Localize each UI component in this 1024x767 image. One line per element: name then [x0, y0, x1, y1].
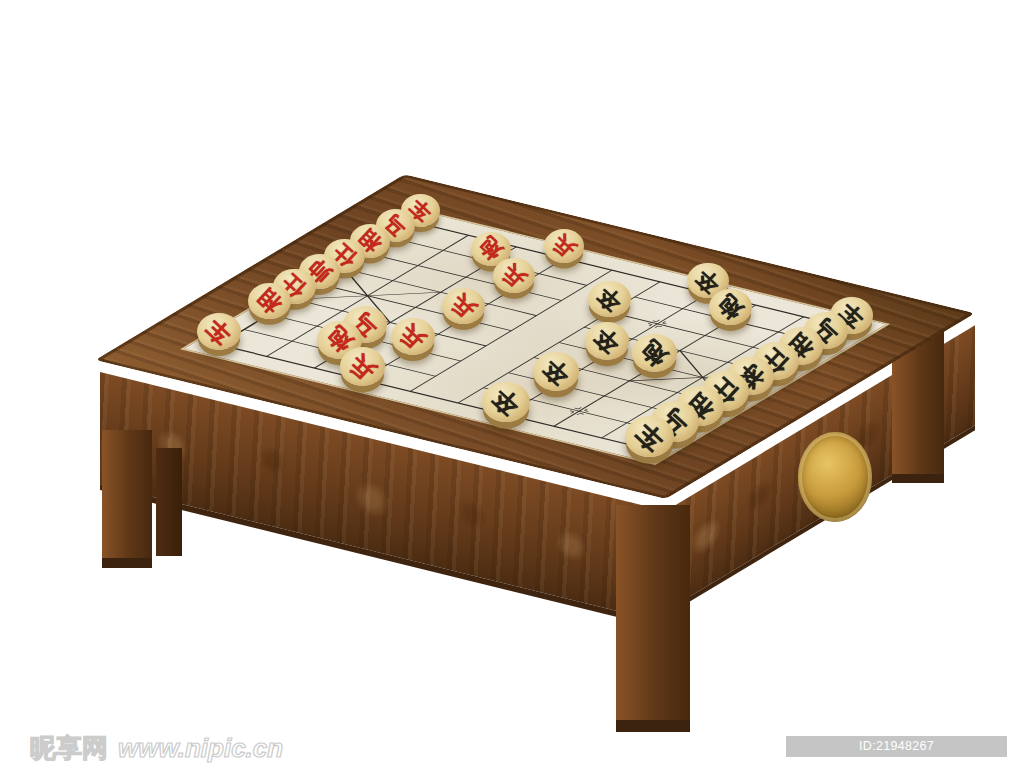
piece-glyph: 兵 [549, 231, 579, 261]
gold-medallion-ornament [798, 432, 872, 522]
piece-black-soldier-c7[interactable]: 卒 [533, 352, 579, 391]
watermark-site-name: 昵享网 [30, 733, 108, 763]
piece-red-soldier-a4[interactable]: 兵 [340, 347, 386, 386]
piece-glyph: 炮 [638, 336, 671, 369]
piece-black-soldier-a7[interactable]: 卒 [482, 382, 529, 422]
piece-red-soldier-c4[interactable]: 兵 [391, 318, 435, 355]
piece-glyph: 炮 [715, 291, 747, 323]
table-leg-front [616, 505, 690, 732]
watermark-site: 昵享网www.nipic.cn [30, 731, 283, 766]
piece-red-elephant-c1[interactable]: 相 [248, 283, 291, 319]
piece-black-cannon-e8[interactable]: 炮 [632, 334, 677, 372]
watermark-site-url: www.nipic.cn [118, 733, 283, 763]
watermark-id-text: ID:21948267 NO:20170531172825225500 [813, 739, 980, 767]
piece-black-soldier-g6[interactable]: 卒 [588, 281, 631, 317]
piece-glyph: 兵 [498, 260, 529, 291]
piece-glyph: 相 [253, 286, 285, 318]
table-leg-left-inner [156, 448, 182, 556]
piece-glyph: 卒 [594, 283, 625, 314]
table-leg-left [102, 430, 152, 568]
piece-glyph: 卒 [590, 325, 623, 358]
piece-glyph: 兵 [447, 290, 479, 322]
piece-red-soldier-e4[interactable]: 兵 [442, 288, 485, 324]
pieces-layer: 车相仕帅仕相马车炮马炮兵兵兵兵兵车马相仕将仕相马车炮炮卒卒卒卒卒 [0, 0, 1024, 767]
piece-glyph: 炮 [476, 234, 506, 264]
piece-glyph: 车 [632, 419, 668, 455]
piece-glyph: 车 [203, 315, 236, 348]
piece-black-soldier-e7[interactable]: 卒 [585, 322, 630, 360]
piece-glyph: 兵 [396, 320, 429, 353]
piece-black-chariot-a10[interactable]: 车 [625, 416, 674, 457]
piece-red-soldier-i4[interactable]: 兵 [544, 229, 584, 263]
piece-glyph: 卒 [489, 384, 524, 419]
page: { "game": "xiangqi", "scene": "3d-render… [0, 0, 1024, 767]
piece-glyph: 卒 [540, 354, 574, 388]
watermark-id-bar: ID:21948267 NO:20170531172825225500 [786, 736, 1007, 757]
piece-red-chariot-a1[interactable]: 车 [197, 313, 241, 350]
piece-red-soldier-g4[interactable]: 兵 [493, 258, 535, 293]
piece-glyph: 兵 [346, 350, 380, 384]
